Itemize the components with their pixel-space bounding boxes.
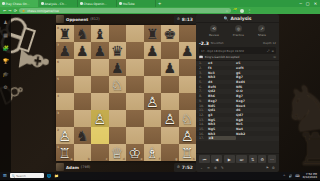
review-icon: ⟲ — [210, 25, 217, 32]
taskbar-search[interactable]: 🔍 Search — [10, 173, 44, 178]
square-c4[interactable] — [91, 93, 109, 110]
taskbar: ⊞ 🔍 Search 🌐 📁 ^ 🔊 ⌨ 7:52 PM 6/12/2024 — [0, 172, 320, 181]
square-b3[interactable] — [74, 110, 92, 127]
piece-white-n-h3[interactable]: ♘ — [181, 112, 194, 126]
engine-depth: Depth 12 — [263, 41, 276, 45]
opening-row[interactable]: 📖 King's Gambit Accepted ⓘ — [196, 54, 279, 61]
square-e2[interactable] — [126, 127, 144, 144]
rank-label-1: 1 — [57, 145, 59, 149]
square-c6[interactable] — [91, 59, 109, 76]
piece-black-p-d6[interactable]: ♟ — [111, 61, 124, 75]
piece-black-r-f8[interactable]: ♜ — [146, 27, 159, 41]
tray-keyboard-icon[interactable]: ⌨ — [295, 174, 299, 178]
book-icon: 📖 — [199, 55, 203, 59]
tab-label: Chess Openin... — [84, 2, 108, 6]
square-d1[interactable]: d♕ — [109, 144, 127, 161]
rank-label-8: 8 — [57, 26, 59, 30]
browser-tab-strip: Play Chess On... Analysis - Ch... Chess … — [0, 0, 320, 7]
sidebar-icon-4[interactable]: 🎓 — [2, 72, 8, 77]
add-icon[interactable]: ⊕ — [214, 166, 217, 170]
action-label: Practice — [233, 33, 244, 37]
browser-tab-3[interactable]: Chess Openin... — [78, 0, 117, 7]
black-move[interactable]: Bg7 — [236, 94, 264, 98]
share-icon: ↗ — [258, 25, 265, 32]
square-h6[interactable] — [179, 59, 197, 76]
top-clock-time: 8:13 — [182, 17, 193, 22]
refresh-icon[interactable]: ⟳ — [14, 7, 17, 14]
move-number: 4. — [199, 75, 208, 79]
square-d5[interactable]: ♘ — [109, 76, 127, 93]
square-h5[interactable] — [179, 76, 197, 93]
move-number: 6. — [199, 85, 208, 89]
square-b1[interactable]: b — [74, 144, 92, 161]
engine-line-text: 17...Qg4 18.Qxg4 Bxg4 19.Nf2 — [201, 49, 265, 53]
browser-profile-avatar[interactable] — [240, 9, 244, 13]
square-b4[interactable] — [74, 93, 92, 110]
square-b8[interactable]: ♞ — [74, 25, 92, 42]
square-d7[interactable]: ♛ — [109, 42, 127, 59]
rank-label-6: 6 — [57, 60, 59, 64]
analysis-panel: 🔍 Analysis ⟲Review◎Practice↗Share -2.3 S… — [196, 14, 279, 172]
more-options-button[interactable]: ⋯ — [268, 155, 276, 163]
piece-black-p-f7[interactable]: ♟ — [146, 44, 159, 58]
square-d6[interactable]: ♟ — [109, 59, 127, 76]
padlock-icon: 🔒 — [22, 9, 25, 12]
black-move[interactable]: d6 — [236, 108, 264, 112]
flag-icon[interactable]: ⚑ — [266, 166, 269, 170]
tab-label: YouTube — [123, 2, 135, 6]
white-move[interactable]: Nh3 — [208, 75, 236, 79]
square-g4[interactable] — [161, 93, 179, 110]
square-a4[interactable]: 4 — [56, 93, 74, 110]
black-move[interactable]: Nxb2 — [236, 132, 264, 136]
piece-black-n-b2[interactable]: ♞ — [76, 129, 89, 143]
analysis-title: Analysis — [230, 16, 251, 21]
piece-black-p-g6[interactable]: ♟ — [163, 61, 176, 75]
settings-icon[interactable]: ⚙ — [272, 166, 275, 170]
sidebar-icon-3[interactable]: 🏆 — [2, 59, 8, 64]
white-move[interactable]: Qd2 — [208, 89, 236, 93]
top-player-name[interactable]: Opponent — [66, 17, 88, 22]
top-player-rating: (812) — [90, 17, 99, 21]
move-number: 8. — [199, 94, 208, 98]
eval-score: -2.3 — [199, 41, 209, 46]
black-move[interactable]: g6 — [236, 71, 264, 75]
black-move[interactable]: Na4 — [236, 127, 264, 131]
square-c2[interactable] — [91, 127, 109, 144]
search-placeholder: Search — [16, 174, 26, 178]
square-a6[interactable]: 6 — [56, 59, 74, 76]
piece-white-k-e1[interactable]: ♔ — [128, 146, 141, 160]
black-move[interactable]: Nxe4 — [236, 104, 264, 108]
screen: ♔ ♝ ♙ ♞ ♜ ♟ Play Chess On... Analysis - … — [0, 0, 320, 180]
piece-black-p-b7[interactable]: ♟ — [76, 44, 89, 58]
move-number: 1. — [199, 61, 208, 65]
move-number: 16. — [199, 132, 208, 136]
panel-action-review[interactable]: ⟲Review — [209, 25, 219, 37]
piece-black-r-a8[interactable]: ♜ — [58, 27, 71, 41]
square-f7[interactable]: ♟ — [144, 42, 162, 59]
square-g8[interactable]: ♚ — [161, 25, 179, 42]
file-label-c: c — [106, 157, 108, 161]
forward-button[interactable]: ▶ — [224, 155, 235, 163]
square-f4[interactable]: ♙ — [144, 93, 162, 110]
browser-tab-4[interactable]: YouTube — [117, 0, 156, 7]
magnifier-icon: 🔍 — [223, 16, 228, 21]
piece-white-n-d5[interactable]: ♘ — [111, 78, 124, 92]
tab-favicon — [80, 2, 83, 5]
file-label-b: b — [88, 157, 90, 161]
square-h8[interactable] — [179, 25, 197, 42]
piece-white-r-a1[interactable]: ♖ — [58, 146, 71, 160]
taskbar-app-browser-icon[interactable]: 🌐 — [47, 174, 51, 178]
bg-black-knight-photo: ♞ — [277, 74, 320, 143]
white-move[interactable]: c3 — [208, 136, 236, 140]
browser-tab-2[interactable]: Analysis - Ch... — [39, 0, 78, 7]
action-label: Share — [258, 33, 266, 37]
bottom-player-rating: (798) — [81, 165, 90, 169]
piece-white-p-c3[interactable]: ♙ — [93, 112, 106, 126]
white-move[interactable]: Nh3 — [208, 132, 236, 136]
expand-icon[interactable]: ⤢ — [267, 49, 269, 53]
file-label-g: g — [175, 157, 177, 161]
square-c1[interactable]: c — [91, 144, 109, 161]
back-icon[interactable]: ← — [3, 7, 6, 14]
forward-icon[interactable]: → — [8, 7, 11, 14]
square-a3[interactable]: 3 — [56, 110, 74, 127]
panel-action-share[interactable]: ↗Share — [258, 25, 266, 37]
move-number: 13. — [199, 118, 208, 122]
top-player-clock: ⏱ 8:13 — [174, 15, 196, 24]
white-move[interactable]: Bxf4 — [208, 85, 236, 89]
sidebar-icon-0[interactable]: ♟ — [3, 20, 7, 25]
info-icon[interactable]: ⓘ — [273, 55, 276, 59]
black-move[interactable]: Qd7 — [236, 113, 264, 117]
url-text: chess.com/game/live — [27, 9, 223, 13]
bottom-clock-time: 7:52 — [182, 165, 193, 170]
square-a8[interactable]: 8♜ — [56, 25, 74, 42]
square-c5[interactable] — [91, 76, 109, 93]
rank-label-7: 7 — [57, 43, 59, 47]
piece-white-p-g3[interactable]: ♙ — [163, 112, 176, 126]
square-c8[interactable]: ♝ — [91, 25, 109, 42]
move-number: 2. — [199, 66, 208, 70]
taskbar-date: 6/12/2024 — [303, 176, 317, 179]
piece-black-p-a7[interactable]: ♟ — [58, 44, 71, 58]
browser-tab-1[interactable]: Play Chess On... — [0, 0, 39, 7]
tab-label: Analysis - Ch... — [45, 2, 67, 6]
square-g7[interactable] — [161, 42, 179, 59]
tab-favicon — [41, 2, 44, 5]
square-a5[interactable]: 5 — [56, 76, 74, 93]
square-c3[interactable]: ♙ — [91, 110, 109, 127]
square-e1[interactable]: e♔ — [126, 144, 144, 161]
move-row-17: 17.c3 — [196, 136, 279, 141]
square-b7[interactable]: ♟ — [74, 42, 92, 59]
engine-line-bar[interactable]: 17...Qg4 18.Qxg4 Bxg4 19.Nf2 ⤢ ≡ — [199, 47, 276, 54]
piece-white-p-a2[interactable]: ♙ — [58, 129, 71, 143]
square-h3[interactable]: ♘ — [179, 110, 197, 127]
file-label-d: d — [123, 157, 125, 161]
tab-favicon — [2, 2, 5, 5]
piece-white-p-h2[interactable]: ♙ — [181, 129, 194, 143]
square-d4[interactable] — [109, 93, 127, 110]
square-b2[interactable]: ♞ — [74, 127, 92, 144]
black-move[interactable]: Bg7 — [236, 75, 264, 79]
piece-black-q-d7[interactable]: ♛ — [111, 44, 124, 58]
move-number: 3. — [199, 71, 208, 75]
bottom-player-clock: ⏱ 7:52 — [174, 163, 196, 172]
white-move[interactable]: Nh3 — [208, 122, 236, 126]
black-move[interactable]: Kxg7 — [236, 99, 264, 103]
close-button[interactable]: ✕ — [314, 0, 317, 7]
square-a7[interactable]: 7♟ — [56, 42, 74, 59]
square-e6[interactable] — [126, 59, 144, 76]
square-e3[interactable] — [126, 110, 144, 127]
white-move[interactable]: Ng5 — [208, 127, 236, 131]
square-e7[interactable] — [126, 42, 144, 59]
maximize-button[interactable]: ▢ — [306, 0, 310, 7]
square-e4[interactable] — [126, 93, 144, 110]
new-tab-button[interactable]: + — [156, 0, 163, 7]
action-label: Review — [209, 33, 219, 37]
taskbar-clock[interactable]: 7:52 PM 6/12/2024 — [303, 173, 317, 179]
square-f8[interactable]: ♜ — [144, 25, 162, 42]
square-d8[interactable] — [109, 25, 127, 42]
white-move[interactable]: Nd5 — [208, 104, 236, 108]
evaluation-row: -2.3 Stockfish Depth 12 — [196, 39, 279, 47]
sidebar-icon-5[interactable]: ⚙ — [3, 85, 7, 90]
square-a2[interactable]: 2♙ — [56, 127, 74, 144]
file-label-a: a — [70, 157, 72, 161]
clock-icon: ⏱ — [177, 17, 180, 21]
move-number: 17. — [199, 136, 208, 140]
taskbar-app-files-icon[interactable]: 📁 — [54, 174, 58, 178]
move-number: 15. — [199, 127, 208, 131]
white-move[interactable]: f4 — [208, 66, 236, 70]
white-move[interactable]: g3 — [208, 113, 236, 117]
bg-white-bishop-photo: ♝ — [12, 39, 57, 80]
back-button[interactable]: ◀ — [211, 155, 222, 163]
white-move[interactable]: e4 — [208, 61, 236, 65]
white-move[interactable]: Bxg7 — [208, 99, 236, 103]
clock-icon: ⏱ — [177, 165, 180, 169]
square-a1[interactable]: 1a♖ — [56, 144, 74, 161]
piece-black-p-c7[interactable]: ♟ — [93, 44, 106, 58]
square-e8[interactable] — [126, 25, 144, 42]
start-button-icon[interactable]: ⊞ — [3, 173, 7, 178]
go-start-button[interactable]: ⏮ — [199, 155, 210, 163]
move-number: 12. — [199, 113, 208, 117]
square-g1[interactable]: g — [161, 144, 179, 161]
tray-volume-icon[interactable]: 🔊 — [289, 174, 293, 178]
file-label-f: f — [159, 157, 160, 161]
black-move[interactable]: e5 — [236, 61, 264, 65]
tray-chevron-icon[interactable]: ^ — [283, 174, 286, 178]
square-d2[interactable] — [109, 127, 127, 144]
piece-white-q-d1[interactable]: ♕ — [111, 146, 124, 160]
move-number: 5. — [199, 80, 208, 84]
black-move[interactable]: O-O — [236, 89, 264, 93]
rank-label-4: 4 — [57, 94, 59, 98]
piece-white-p-f4[interactable]: ♙ — [146, 95, 159, 109]
move-number: 10. — [199, 104, 208, 108]
piece-black-b-c8[interactable]: ♝ — [93, 27, 106, 41]
top-player-avatar[interactable] — [56, 15, 64, 23]
rank-label-2: 2 — [57, 128, 59, 132]
tab-label: Play Chess On... — [6, 2, 30, 6]
extensions-icon[interactable]: 🧩 — [233, 7, 237, 14]
square-f6[interactable] — [144, 59, 162, 76]
white-move[interactable]: Bh6 — [208, 94, 236, 98]
panel-action-practice[interactable]: ◎Practice — [233, 25, 244, 37]
square-g3[interactable]: ♙ — [161, 110, 179, 127]
black-move[interactable]: Nc5 — [236, 122, 264, 126]
edit-icon[interactable]: ✎ — [221, 166, 224, 170]
move-list[interactable]: 1.e4e52.f4exf43.Nc3g64.Nh3Bg75.d4Bxd46.B… — [196, 61, 279, 153]
square-h2[interactable]: ♙ — [179, 127, 197, 144]
square-b5[interactable] — [74, 76, 92, 93]
white-move[interactable]: Nc3 — [208, 71, 236, 75]
opening-name: King's Gambit Accepted — [205, 55, 240, 59]
tab-favicon — [119, 2, 122, 5]
lines-icon[interactable]: ≡ — [271, 49, 274, 53]
square-h7[interactable]: ♟ — [179, 42, 197, 59]
piece-white-b-f1[interactable]: ♗ — [146, 146, 159, 160]
square-c7[interactable]: ♟ — [91, 42, 109, 59]
file-label-e: e — [140, 157, 142, 161]
square-e5[interactable] — [126, 76, 144, 93]
piece-black-p-h7[interactable]: ♟ — [181, 44, 194, 58]
url-bar[interactable]: 🔒 chess.com/game/live ☆ — [19, 8, 231, 13]
white-move[interactable]: Qd1 — [208, 108, 236, 112]
white-move[interactable]: Ng5 — [208, 118, 236, 122]
file-label-h: h — [193, 157, 195, 161]
black-move[interactable]: Nf6 — [236, 85, 264, 89]
playback-controls: ⏮◀▶⏭⇅⚙⋯ — [196, 153, 279, 164]
square-f3[interactable] — [144, 110, 162, 127]
square-f1[interactable]: f♗ — [144, 144, 162, 161]
piece-white-r-h1[interactable]: ♖ — [181, 146, 194, 160]
square-h1[interactable]: h♖ — [179, 144, 197, 161]
site-left-sidebar: ♟▦🧩🏆🎓⚙ — [0, 14, 11, 172]
move-number: 9. — [199, 99, 208, 103]
collapse-icon[interactable]: ⌄ — [200, 166, 203, 170]
square-f5[interactable] — [144, 76, 162, 93]
top-player-bar: Opponent (812) ⏱ 8:13 — [56, 14, 196, 25]
square-b6[interactable] — [74, 59, 92, 76]
rank-label-5: 5 — [57, 77, 59, 81]
analysis-panel-header: 🔍 Analysis — [196, 14, 279, 23]
piece-black-k-g8[interactable]: ♚ — [163, 27, 176, 41]
move-number: 11. — [199, 108, 208, 112]
square-h4[interactable] — [179, 93, 197, 110]
bottom-player-name[interactable]: Adam — [66, 165, 79, 170]
square-g5[interactable] — [161, 76, 179, 93]
square-f2[interactable] — [144, 127, 162, 144]
black-move[interactable]: Bxd4 — [236, 80, 264, 84]
flip-board-button[interactable]: ⇅ — [249, 155, 257, 163]
rank-label-3: 3 — [57, 111, 59, 115]
practice-icon: ◎ — [235, 25, 242, 32]
sidebar-icon-1[interactable]: ▦ — [3, 33, 8, 38]
search-icon: 🔍 — [12, 174, 16, 178]
browser-menu-icon[interactable]: ⋮ — [247, 7, 251, 14]
black-move[interactable]: Kg8 — [236, 118, 264, 122]
bg-black-rook-photo: ♜ — [296, 128, 320, 172]
white-move[interactable]: d4 — [208, 80, 236, 84]
analysis-settings-button[interactable]: ⚙ — [258, 155, 266, 163]
minimize-button[interactable]: ─ — [299, 0, 301, 7]
square-g2[interactable] — [161, 127, 179, 144]
move-number: 7. — [199, 89, 208, 93]
bottom-player-avatar[interactable] — [56, 163, 64, 171]
piece-black-n-b8[interactable]: ♞ — [76, 27, 89, 41]
square-g6[interactable]: ♟ — [161, 59, 179, 76]
square-d3[interactable] — [109, 110, 127, 127]
lines-icon[interactable]: ≡ — [207, 166, 210, 170]
go-end-button[interactable]: ⏭ — [236, 155, 247, 163]
engine-name: Stockfish — [211, 41, 261, 45]
bookmark-star-icon[interactable]: ☆ — [225, 9, 228, 13]
sidebar-icon-2[interactable]: 🧩 — [2, 46, 8, 51]
chess-board[interactable]: 8♜♞♝♜♚7♟♟♟♛♟♟6♟♟5♘4♙3♙♙♘2♙♞♙1a♖bcd♕e♔f♗g… — [56, 25, 196, 161]
move-number: 14. — [199, 122, 208, 126]
black-move[interactable]: exf4 — [236, 66, 264, 70]
